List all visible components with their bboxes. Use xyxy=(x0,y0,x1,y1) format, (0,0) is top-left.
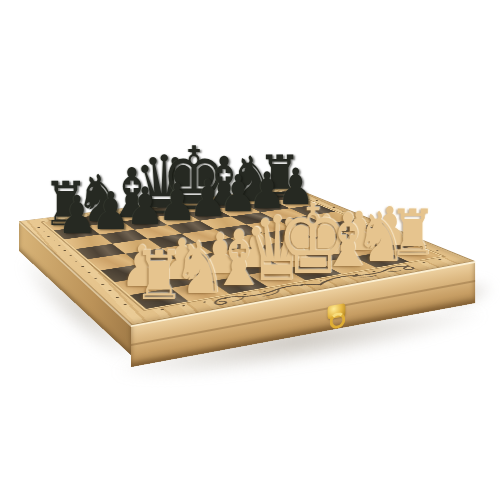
product-photo-stage: ♜♞♝♛♚♝♞♜♟♟♟♟♟♟♟♟♟♟♟♟♟♟♟♟♜♞♝♛♚♝♞♜ xyxy=(0,0,500,500)
pieces-layer: ♜♞♝♛♚♝♞♜♟♟♟♟♟♟♟♟♟♟♟♟♟♟♟♟♜♞♝♛♚♝♞♜ xyxy=(0,0,500,500)
piece-white-rook: ♜ xyxy=(389,201,437,265)
